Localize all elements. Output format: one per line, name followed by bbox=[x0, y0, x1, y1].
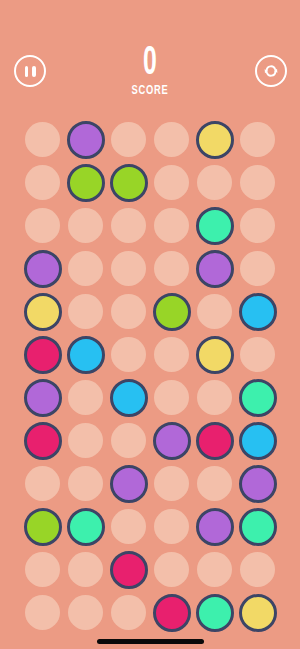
empty-dot bbox=[68, 423, 103, 458]
empty-dot bbox=[25, 208, 60, 243]
grid-cell-r3c3 bbox=[107, 204, 150, 247]
empty-dot bbox=[25, 122, 60, 157]
grid-cell-r8c2 bbox=[64, 419, 107, 462]
empty-dot bbox=[154, 208, 189, 243]
grid-cell-r12c2 bbox=[64, 591, 107, 634]
grid-cell-r4c5[interactable] bbox=[193, 247, 236, 290]
empty-dot bbox=[154, 466, 189, 501]
empty-dot bbox=[111, 294, 146, 329]
grid-cell-r4c1[interactable] bbox=[21, 247, 64, 290]
magenta-dot[interactable] bbox=[110, 551, 148, 589]
empty-dot bbox=[68, 251, 103, 286]
empty-dot bbox=[68, 294, 103, 329]
green-dot[interactable] bbox=[153, 293, 191, 331]
blue-dot[interactable] bbox=[239, 422, 277, 460]
empty-dot bbox=[25, 595, 60, 630]
grid-cell-r12c6[interactable] bbox=[236, 591, 279, 634]
green-dot[interactable] bbox=[110, 164, 148, 202]
empty-dot bbox=[111, 423, 146, 458]
grid-cell-r2c3[interactable] bbox=[107, 161, 150, 204]
empty-dot bbox=[240, 122, 275, 157]
grid-cell-r7c1[interactable] bbox=[21, 376, 64, 419]
restart-icon bbox=[261, 61, 281, 81]
grid-cell-r9c6[interactable] bbox=[236, 462, 279, 505]
grid-cell-r10c2[interactable] bbox=[64, 505, 107, 548]
purple-dot[interactable] bbox=[24, 250, 62, 288]
purple-dot[interactable] bbox=[196, 508, 234, 546]
grid-cell-r6c5[interactable] bbox=[193, 333, 236, 376]
magenta-dot[interactable] bbox=[24, 336, 62, 374]
grid-cell-r10c5[interactable] bbox=[193, 505, 236, 548]
purple-dot[interactable] bbox=[239, 465, 277, 503]
green-dot[interactable] bbox=[67, 164, 105, 202]
purple-dot[interactable] bbox=[67, 121, 105, 159]
blue-dot[interactable] bbox=[67, 336, 105, 374]
grid-cell-r12c4[interactable] bbox=[150, 591, 193, 634]
empty-dot bbox=[197, 294, 232, 329]
grid-cell-r7c2 bbox=[64, 376, 107, 419]
empty-dot bbox=[240, 337, 275, 372]
empty-dot bbox=[111, 595, 146, 630]
purple-dot[interactable] bbox=[110, 465, 148, 503]
grid-cell-r1c1 bbox=[21, 118, 64, 161]
grid-cell-r11c1 bbox=[21, 548, 64, 591]
grid-cell-r8c5[interactable] bbox=[193, 419, 236, 462]
grid-cell-r10c1[interactable] bbox=[21, 505, 64, 548]
grid-cell-r9c1 bbox=[21, 462, 64, 505]
grid-cell-r1c6 bbox=[236, 118, 279, 161]
grid-cell-r3c2 bbox=[64, 204, 107, 247]
grid-cell-r1c4 bbox=[150, 118, 193, 161]
grid-cell-r3c1 bbox=[21, 204, 64, 247]
grid-cell-r3c5[interactable] bbox=[193, 204, 236, 247]
purple-dot[interactable] bbox=[24, 379, 62, 417]
grid-cell-r11c5 bbox=[193, 548, 236, 591]
empty-dot bbox=[68, 595, 103, 630]
grid-cell-r6c3 bbox=[107, 333, 150, 376]
grid-cell-r9c5 bbox=[193, 462, 236, 505]
grid-cell-r5c1[interactable] bbox=[21, 290, 64, 333]
grid-cell-r8c6[interactable] bbox=[236, 419, 279, 462]
empty-dot bbox=[111, 251, 146, 286]
empty-dot bbox=[154, 337, 189, 372]
empty-dot bbox=[25, 552, 60, 587]
empty-dot bbox=[240, 552, 275, 587]
empty-dot bbox=[111, 337, 146, 372]
grid-cell-r5c5 bbox=[193, 290, 236, 333]
teal-dot[interactable] bbox=[67, 508, 105, 546]
yellow-dot[interactable] bbox=[239, 594, 277, 632]
grid-cell-r4c3 bbox=[107, 247, 150, 290]
empty-dot bbox=[240, 251, 275, 286]
empty-dot bbox=[111, 208, 146, 243]
grid-cell-r2c2[interactable] bbox=[64, 161, 107, 204]
grid-cell-r10c3 bbox=[107, 505, 150, 548]
teal-dot[interactable] bbox=[239, 379, 277, 417]
grid-cell-r9c3[interactable] bbox=[107, 462, 150, 505]
grid-cell-r7c4 bbox=[150, 376, 193, 419]
grid-cell-r2c6 bbox=[236, 161, 279, 204]
grid-cell-r2c1 bbox=[21, 161, 64, 204]
empty-dot bbox=[68, 552, 103, 587]
grid-cell-r6c2[interactable] bbox=[64, 333, 107, 376]
empty-dot bbox=[111, 509, 146, 544]
grid-cell-r5c4[interactable] bbox=[150, 290, 193, 333]
yellow-dot[interactable] bbox=[196, 336, 234, 374]
empty-dot bbox=[197, 552, 232, 587]
purple-dot[interactable] bbox=[153, 422, 191, 460]
empty-dot bbox=[197, 380, 232, 415]
magenta-dot[interactable] bbox=[153, 594, 191, 632]
grid-cell-r1c5[interactable] bbox=[193, 118, 236, 161]
blue-dot[interactable] bbox=[110, 379, 148, 417]
grid-cell-r2c4 bbox=[150, 161, 193, 204]
empty-dot bbox=[68, 208, 103, 243]
teal-dot[interactable] bbox=[239, 508, 277, 546]
teal-dot[interactable] bbox=[196, 594, 234, 632]
yellow-dot[interactable] bbox=[24, 293, 62, 331]
empty-dot bbox=[25, 466, 60, 501]
grid-cell-r3c6 bbox=[236, 204, 279, 247]
empty-dot bbox=[154, 251, 189, 286]
magenta-dot[interactable] bbox=[24, 422, 62, 460]
yellow-dot[interactable] bbox=[196, 121, 234, 159]
grid-cell-r3c4 bbox=[150, 204, 193, 247]
grid-cell-r6c1[interactable] bbox=[21, 333, 64, 376]
purple-dot[interactable] bbox=[196, 250, 234, 288]
magenta-dot[interactable] bbox=[196, 422, 234, 460]
empty-dot bbox=[154, 165, 189, 200]
home-indicator bbox=[97, 639, 204, 644]
empty-dot bbox=[111, 122, 146, 157]
board bbox=[21, 118, 279, 634]
grid-cell-r6c4 bbox=[150, 333, 193, 376]
grid-cell-r12c1 bbox=[21, 591, 64, 634]
grid-cell-r5c6[interactable] bbox=[236, 290, 279, 333]
grid-cell-r4c6 bbox=[236, 247, 279, 290]
grid-cell-r4c4 bbox=[150, 247, 193, 290]
grid-cell-r12c5[interactable] bbox=[193, 591, 236, 634]
grid-cell-r12c3 bbox=[107, 591, 150, 634]
grid-cell-r7c5 bbox=[193, 376, 236, 419]
empty-dot bbox=[197, 165, 232, 200]
app-screen: 0 SCORE bbox=[0, 0, 300, 649]
empty-dot bbox=[154, 380, 189, 415]
empty-dot bbox=[197, 466, 232, 501]
green-dot[interactable] bbox=[24, 508, 62, 546]
grid-cell-r10c4 bbox=[150, 505, 193, 548]
grid-cell-r8c4[interactable] bbox=[150, 419, 193, 462]
grid-cell-r7c3[interactable] bbox=[107, 376, 150, 419]
empty-dot bbox=[154, 552, 189, 587]
empty-dot bbox=[25, 165, 60, 200]
grid-cell-r11c3[interactable] bbox=[107, 548, 150, 591]
grid-cell-r4c2 bbox=[64, 247, 107, 290]
grid-cell-r9c2 bbox=[64, 462, 107, 505]
empty-dot bbox=[154, 509, 189, 544]
empty-dot bbox=[68, 380, 103, 415]
grid-cell-r2c5 bbox=[193, 161, 236, 204]
teal-dot[interactable] bbox=[196, 207, 234, 245]
grid-cell-r8c1[interactable] bbox=[21, 419, 64, 462]
grid-cell-r8c3 bbox=[107, 419, 150, 462]
grid-cell-r1c2[interactable] bbox=[64, 118, 107, 161]
grid-cell-r9c4 bbox=[150, 462, 193, 505]
grid-cell-r6c6 bbox=[236, 333, 279, 376]
blue-dot[interactable] bbox=[239, 293, 277, 331]
score-value: 0 bbox=[57, 40, 243, 80]
grid-cell-r10c6[interactable] bbox=[236, 505, 279, 548]
score-label: SCORE bbox=[33, 83, 267, 97]
empty-dot bbox=[68, 466, 103, 501]
restart-button[interactable] bbox=[255, 55, 287, 87]
grid-cell-r11c4 bbox=[150, 548, 193, 591]
empty-dot bbox=[240, 208, 275, 243]
grid-cell-r11c2 bbox=[64, 548, 107, 591]
grid-cell-r5c2 bbox=[64, 290, 107, 333]
grid-cell-r1c3 bbox=[107, 118, 150, 161]
grid-cell-r5c3 bbox=[107, 290, 150, 333]
empty-dot bbox=[154, 122, 189, 157]
grid-cell-r7c6[interactable] bbox=[236, 376, 279, 419]
empty-dot bbox=[240, 165, 275, 200]
grid-cell-r11c6 bbox=[236, 548, 279, 591]
